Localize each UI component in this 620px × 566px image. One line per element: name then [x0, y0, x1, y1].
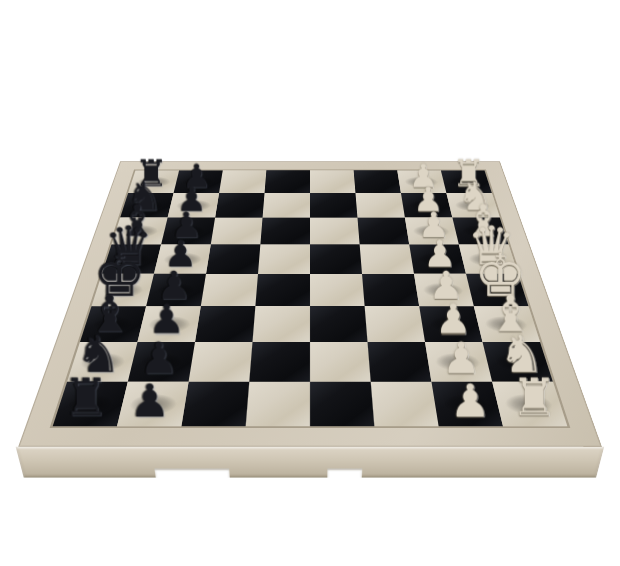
- piece-shadow: [412, 225, 450, 237]
- square[interactable]: [310, 193, 357, 218]
- square[interactable]: ♟: [117, 382, 189, 427]
- square[interactable]: [260, 218, 310, 245]
- square[interactable]: ♝: [452, 218, 508, 245]
- square[interactable]: [258, 244, 310, 273]
- square[interactable]: [310, 244, 362, 273]
- square[interactable]: ♟: [397, 170, 446, 193]
- square[interactable]: [362, 274, 419, 306]
- black-knight-piece[interactable]: ♞: [127, 178, 163, 216]
- white-pawn-piece[interactable]: ♟: [409, 161, 438, 192]
- square[interactable]: ♞: [446, 193, 499, 218]
- square[interactable]: [360, 244, 414, 273]
- square[interactable]: [371, 382, 439, 427]
- base-notch: [154, 468, 230, 477]
- black-pawn-piece[interactable]: ♟: [177, 184, 207, 216]
- piece-shadow: [181, 177, 216, 187]
- square[interactable]: [211, 218, 263, 245]
- square[interactable]: [255, 274, 310, 306]
- piece-shadow: [120, 225, 159, 237]
- square[interactable]: ♜: [128, 170, 179, 193]
- square[interactable]: [246, 382, 310, 427]
- black-pawn-piece[interactable]: ♟: [129, 379, 170, 422]
- piece-shadow: [404, 177, 439, 187]
- square[interactable]: [357, 218, 409, 245]
- white-pawn-piece[interactable]: ♟: [450, 379, 491, 422]
- square[interactable]: [189, 342, 253, 382]
- square[interactable]: [365, 306, 425, 342]
- black-bishop-piece[interactable]: ♝: [117, 201, 156, 243]
- square[interactable]: ♟: [174, 170, 223, 193]
- square[interactable]: [355, 193, 404, 218]
- square[interactable]: [249, 342, 310, 382]
- board-frame: ♜♟♟♜♞♟♟♞♝♟♟♝♛♟♟♛♚♟♟♚♝♟♟♝♞♟♟♞♜♟♟♜: [18, 161, 602, 446]
- white-bishop-piece[interactable]: ♝: [463, 201, 502, 243]
- square[interactable]: [310, 306, 368, 342]
- square[interactable]: [368, 342, 432, 382]
- square[interactable]: ♟: [168, 193, 219, 218]
- square[interactable]: [354, 170, 401, 193]
- square[interactable]: [310, 274, 365, 306]
- square[interactable]: [219, 170, 266, 193]
- board-base-front-face: [16, 447, 605, 478]
- square[interactable]: [310, 218, 360, 245]
- piece-shadow: [408, 200, 445, 211]
- square[interactable]: ♟: [431, 382, 503, 427]
- white-knight-piece[interactable]: ♞: [458, 178, 494, 216]
- white-rook-piece[interactable]: ♜: [452, 156, 485, 191]
- white-pawn-piece[interactable]: ♟: [418, 209, 450, 242]
- square[interactable]: ♟: [161, 218, 215, 245]
- white-rook-piece[interactable]: ♜: [511, 373, 557, 422]
- piece-shadow: [448, 177, 484, 187]
- square[interactable]: ♞: [120, 193, 173, 218]
- black-pawn-piece[interactable]: ♟: [140, 338, 179, 379]
- square[interactable]: ♝: [112, 218, 168, 245]
- black-pawn-piece[interactable]: ♟: [171, 209, 203, 242]
- square[interactable]: [181, 382, 249, 427]
- black-rook-piece[interactable]: ♜: [135, 156, 168, 191]
- piece-shadow: [454, 200, 492, 211]
- square[interactable]: [215, 193, 264, 218]
- white-pawn-piece[interactable]: ♟: [442, 338, 481, 379]
- playing-area: ♜♟♟♜♞♟♟♞♝♟♟♝♛♟♟♛♚♟♟♚♝♟♟♝♞♟♟♞♜♟♟♜: [53, 170, 568, 426]
- square[interactable]: ♜: [53, 382, 128, 427]
- square[interactable]: [252, 306, 310, 342]
- square[interactable]: ♟: [405, 218, 459, 245]
- square[interactable]: [310, 342, 371, 382]
- square[interactable]: ♜: [492, 382, 567, 427]
- square[interactable]: ♜: [441, 170, 492, 193]
- chess-board: ♜♟♟♜♞♟♟♞♝♟♟♝♛♟♟♛♚♟♟♚♝♟♟♝♞♟♟♞♜♟♟♜: [18, 161, 602, 446]
- square[interactable]: [201, 274, 258, 306]
- square[interactable]: [195, 306, 255, 342]
- square[interactable]: [265, 170, 310, 193]
- black-pawn-piece[interactable]: ♟: [182, 161, 211, 192]
- square[interactable]: ♟: [401, 193, 452, 218]
- square[interactable]: [206, 244, 260, 273]
- board-3d-stage: ♜♟♟♜♞♟♟♞♝♟♟♝♛♟♟♛♚♟♟♚♝♟♟♝♞♟♟♞♜♟♟♜: [0, 0, 620, 566]
- marble-chess-set-photo: ♜♟♟♜♞♟♟♞♝♟♟♝♛♟♟♛♚♟♟♚♝♟♟♝♞♟♟♞♜♟♟♜: [0, 0, 620, 566]
- square[interactable]: [263, 193, 310, 218]
- square[interactable]: [310, 170, 355, 193]
- square[interactable]: [310, 382, 374, 427]
- white-pawn-piece[interactable]: ♟: [413, 184, 443, 216]
- piece-shadow: [175, 200, 212, 211]
- base-notch: [327, 468, 362, 477]
- black-rook-piece[interactable]: ♜: [63, 373, 109, 422]
- piece-shadow: [169, 225, 207, 237]
- piece-shadow: [460, 225, 499, 237]
- piece-shadow: [136, 177, 172, 187]
- piece-shadow: [128, 200, 166, 211]
